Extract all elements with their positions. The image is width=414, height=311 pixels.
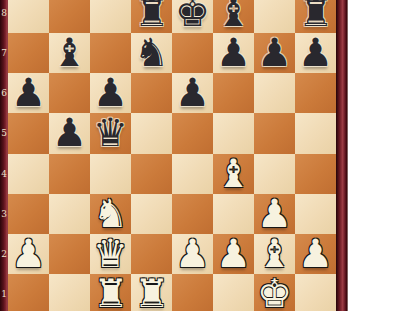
- square-f7[interactable]: ♟: [213, 33, 254, 73]
- square-c8[interactable]: [90, 0, 131, 33]
- square-c3[interactable]: ♞: [90, 194, 131, 234]
- black-pawn-g7: ♟: [257, 33, 292, 73]
- black-queen-c5: ♛: [93, 113, 128, 153]
- rank-label-6: 6: [0, 87, 8, 99]
- square-e4[interactable]: [172, 154, 213, 194]
- square-a1[interactable]: [8, 274, 49, 311]
- square-f6[interactable]: [213, 73, 254, 113]
- square-b7[interactable]: ♝: [49, 33, 90, 73]
- square-b2[interactable]: [49, 234, 90, 274]
- square-h4[interactable]: [295, 154, 336, 194]
- square-e6[interactable]: ♟: [172, 73, 213, 113]
- square-e7[interactable]: [172, 33, 213, 73]
- square-c5[interactable]: ♛: [90, 113, 131, 153]
- square-h2[interactable]: ♟: [295, 234, 336, 274]
- square-f2[interactable]: ♟: [213, 234, 254, 274]
- square-h7[interactable]: ♟: [295, 33, 336, 73]
- white-pawn-a2: ♟: [11, 234, 46, 274]
- rank-label-1: 1: [0, 288, 8, 300]
- square-h6[interactable]: [295, 73, 336, 113]
- black-pawn-a6: ♟: [11, 73, 46, 113]
- white-queen-c2: ♛: [93, 234, 128, 274]
- square-d6[interactable]: [131, 73, 172, 113]
- square-e1[interactable]: [172, 274, 213, 311]
- square-h8[interactable]: ♜: [295, 0, 336, 33]
- square-f8[interactable]: ♝: [213, 0, 254, 33]
- square-g2[interactable]: ♝: [254, 234, 295, 274]
- black-bishop-b7: ♝: [52, 33, 87, 73]
- white-knight-c3: ♞: [93, 194, 128, 234]
- white-pawn-g3: ♟: [257, 194, 292, 234]
- square-a2[interactable]: ♟: [8, 234, 49, 274]
- square-d8[interactable]: ♜: [131, 0, 172, 33]
- square-h1[interactable]: [295, 274, 336, 311]
- square-c7[interactable]: [90, 33, 131, 73]
- square-c1[interactable]: ♜: [90, 274, 131, 311]
- square-d4[interactable]: [131, 154, 172, 194]
- board-grid: ♜♚♝♜♝♞♟♟♟♟♟♟♟♛♝♞♟♟♛♟♟♝♟♜♜♚: [8, 0, 336, 311]
- square-d7[interactable]: ♞: [131, 33, 172, 73]
- square-h3[interactable]: [295, 194, 336, 234]
- white-rook-c1: ♜: [93, 274, 128, 311]
- white-rook-d1: ♜: [134, 274, 169, 311]
- square-f3[interactable]: [213, 194, 254, 234]
- white-bishop-f4: ♝: [216, 154, 251, 194]
- black-knight-d7: ♞: [134, 33, 169, 73]
- square-a8[interactable]: [8, 0, 49, 33]
- square-d2[interactable]: [131, 234, 172, 274]
- square-g6[interactable]: [254, 73, 295, 113]
- square-b5[interactable]: ♟: [49, 113, 90, 153]
- rank-label-7: 7: [0, 47, 8, 59]
- square-f1[interactable]: [213, 274, 254, 311]
- square-c6[interactable]: ♟: [90, 73, 131, 113]
- rank-label-2: 2: [0, 248, 8, 260]
- black-king-e8: ♚: [175, 0, 210, 33]
- black-pawn-b5: ♟: [52, 113, 87, 153]
- square-b4[interactable]: [49, 154, 90, 194]
- white-bishop-g2: ♝: [257, 234, 292, 274]
- rank-label-8: 8: [0, 7, 8, 19]
- square-b8[interactable]: [49, 0, 90, 33]
- black-pawn-f7: ♟: [216, 33, 251, 73]
- white-pawn-f2: ♟: [216, 234, 251, 274]
- square-g8[interactable]: [254, 0, 295, 33]
- square-e3[interactable]: [172, 194, 213, 234]
- square-f5[interactable]: [213, 113, 254, 153]
- square-g7[interactable]: ♟: [254, 33, 295, 73]
- square-h5[interactable]: [295, 113, 336, 153]
- square-g5[interactable]: [254, 113, 295, 153]
- square-a3[interactable]: [8, 194, 49, 234]
- black-rook-h8: ♜: [298, 0, 333, 33]
- square-c4[interactable]: [90, 154, 131, 194]
- square-a4[interactable]: [8, 154, 49, 194]
- square-g3[interactable]: ♟: [254, 194, 295, 234]
- rank-label-3: 3: [0, 208, 8, 220]
- black-pawn-h7: ♟: [298, 33, 333, 73]
- square-f4[interactable]: ♝: [213, 154, 254, 194]
- white-king-g1: ♚: [257, 274, 292, 311]
- square-c2[interactable]: ♛: [90, 234, 131, 274]
- square-a6[interactable]: ♟: [8, 73, 49, 113]
- black-pawn-c6: ♟: [93, 73, 128, 113]
- square-d1[interactable]: ♜: [131, 274, 172, 311]
- rank-label-4: 4: [0, 168, 8, 180]
- chess-board: ♜♚♝♜♝♞♟♟♟♟♟♟♟♛♝♞♟♟♛♟♟♝♟♜♜♚: [8, 0, 336, 311]
- square-d3[interactable]: [131, 194, 172, 234]
- square-e8[interactable]: ♚: [172, 0, 213, 33]
- board-left-border: 87654321: [0, 0, 8, 311]
- square-b3[interactable]: [49, 194, 90, 234]
- square-b6[interactable]: [49, 73, 90, 113]
- board-right-border: [336, 0, 348, 311]
- white-pawn-h2: ♟: [298, 234, 333, 274]
- chess-diagram: 87654321 ♜♚♝♜♝♞♟♟♟♟♟♟♟♛♝♞♟♟♛♟♟♝♟♜♜♚: [0, 0, 414, 311]
- square-a7[interactable]: [8, 33, 49, 73]
- square-g1[interactable]: ♚: [254, 274, 295, 311]
- square-a5[interactable]: [8, 113, 49, 153]
- square-g4[interactable]: [254, 154, 295, 194]
- square-e2[interactable]: ♟: [172, 234, 213, 274]
- square-d5[interactable]: [131, 113, 172, 153]
- white-pawn-e2: ♟: [175, 234, 210, 274]
- black-rook-d8: ♜: [134, 0, 169, 33]
- square-b1[interactable]: [49, 274, 90, 311]
- black-bishop-f8: ♝: [216, 0, 251, 33]
- rank-label-5: 5: [0, 127, 8, 139]
- black-pawn-e6: ♟: [175, 73, 210, 113]
- square-e5[interactable]: [172, 113, 213, 153]
